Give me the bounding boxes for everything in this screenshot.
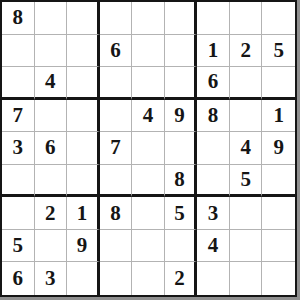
- cell-r2c7-given-1[interactable]: 1: [197, 35, 230, 68]
- cell-r7c9-empty[interactable]: [262, 197, 295, 230]
- cell-r6c7-empty[interactable]: [197, 165, 230, 198]
- cell-r7c2-given-2[interactable]: 2: [35, 197, 68, 230]
- cell-r1c8-empty[interactable]: [230, 2, 263, 35]
- cell-r7c8-empty[interactable]: [230, 197, 263, 230]
- cell-r2c5-empty[interactable]: [132, 35, 165, 68]
- cell-r9c6-given-2[interactable]: 2: [165, 262, 198, 295]
- cell-r4c9-given-1[interactable]: 1: [262, 100, 295, 133]
- cell-r9c4-empty[interactable]: [100, 262, 133, 295]
- cell-r3c8-empty[interactable]: [230, 67, 263, 100]
- cell-r5c9-given-9[interactable]: 9: [262, 132, 295, 165]
- cell-r7c1-empty[interactable]: [2, 197, 35, 230]
- cell-r4c7-given-8[interactable]: 8: [197, 100, 230, 133]
- cell-r8c1-given-5[interactable]: 5: [2, 230, 35, 263]
- cell-r5c5-empty[interactable]: [132, 132, 165, 165]
- cell-r3c3-empty[interactable]: [67, 67, 100, 100]
- cell-r4c1-given-7[interactable]: 7: [2, 100, 35, 133]
- cell-r7c7-given-3[interactable]: 3: [197, 197, 230, 230]
- cell-r7c3-given-1[interactable]: 1: [67, 197, 100, 230]
- cell-r5c8-given-4[interactable]: 4: [230, 132, 263, 165]
- cell-r9c1-given-6[interactable]: 6: [2, 262, 35, 295]
- cell-r6c5-empty[interactable]: [132, 165, 165, 198]
- cell-r4c2-empty[interactable]: [35, 100, 68, 133]
- cell-r3c9-empty[interactable]: [262, 67, 295, 100]
- cell-r5c3-empty[interactable]: [67, 132, 100, 165]
- cell-r2c3-empty[interactable]: [67, 35, 100, 68]
- cell-r1c2-empty[interactable]: [35, 2, 68, 35]
- cell-r2c9-given-5[interactable]: 5: [262, 35, 295, 68]
- cell-r8c3-given-9[interactable]: 9: [67, 230, 100, 263]
- cell-r5c7-empty[interactable]: [197, 132, 230, 165]
- cell-r6c2-empty[interactable]: [35, 165, 68, 198]
- cell-r2c8-given-2[interactable]: 2: [230, 35, 263, 68]
- cell-r3c2-given-4[interactable]: 4: [35, 67, 68, 100]
- cell-r1c3-empty[interactable]: [67, 2, 100, 35]
- cell-r1c5-empty[interactable]: [132, 2, 165, 35]
- cell-r5c6-empty[interactable]: [165, 132, 198, 165]
- cell-r9c7-empty[interactable]: [197, 262, 230, 295]
- cell-r8c6-empty[interactable]: [165, 230, 198, 263]
- cell-r6c9-empty[interactable]: [262, 165, 295, 198]
- cell-r7c6-given-5[interactable]: 5: [165, 197, 198, 230]
- cell-r3c1-empty[interactable]: [2, 67, 35, 100]
- cell-r1c7-empty[interactable]: [197, 2, 230, 35]
- cell-r9c2-given-3[interactable]: 3: [35, 262, 68, 295]
- cell-r9c3-empty[interactable]: [67, 262, 100, 295]
- cell-r6c3-empty[interactable]: [67, 165, 100, 198]
- cell-r8c4-empty[interactable]: [100, 230, 133, 263]
- cell-r3c7-given-6[interactable]: 6: [197, 67, 230, 100]
- cell-r2c6-empty[interactable]: [165, 35, 198, 68]
- cell-r5c2-given-6[interactable]: 6: [35, 132, 68, 165]
- cell-r4c4-empty[interactable]: [100, 100, 133, 133]
- cell-r4c6-given-9[interactable]: 9: [165, 100, 198, 133]
- cell-r7c4-given-8[interactable]: 8: [100, 197, 133, 230]
- cell-r2c4-given-6[interactable]: 6: [100, 35, 133, 68]
- cell-r4c5-given-4[interactable]: 4: [132, 100, 165, 133]
- cell-r9c5-empty[interactable]: [132, 262, 165, 295]
- cell-r8c7-given-4[interactable]: 4: [197, 230, 230, 263]
- cell-r3c6-empty[interactable]: [165, 67, 198, 100]
- cell-r3c5-empty[interactable]: [132, 67, 165, 100]
- cell-r4c8-empty[interactable]: [230, 100, 263, 133]
- cell-r6c6-given-8[interactable]: 8: [165, 165, 198, 198]
- cell-r6c4-empty[interactable]: [100, 165, 133, 198]
- cell-r6c1-empty[interactable]: [2, 165, 35, 198]
- cell-r5c1-given-3[interactable]: 3: [2, 132, 35, 165]
- sudoku-board-frame: 861254674981367498521853594632: [0, 0, 300, 300]
- cell-r1c4-empty[interactable]: [100, 2, 133, 35]
- cell-r1c9-empty[interactable]: [262, 2, 295, 35]
- cell-r2c2-empty[interactable]: [35, 35, 68, 68]
- cell-r7c5-empty[interactable]: [132, 197, 165, 230]
- cell-r3c4-empty[interactable]: [100, 67, 133, 100]
- cell-r2c1-empty[interactable]: [2, 35, 35, 68]
- cell-r8c8-empty[interactable]: [230, 230, 263, 263]
- cell-r5c4-given-7[interactable]: 7: [100, 132, 133, 165]
- cell-r8c2-empty[interactable]: [35, 230, 68, 263]
- cell-r1c1-given-8[interactable]: 8: [2, 2, 35, 35]
- sudoku-board: 861254674981367498521853594632: [0, 0, 297, 297]
- cell-r6c8-given-5[interactable]: 5: [230, 165, 263, 198]
- cell-r8c9-empty[interactable]: [262, 230, 295, 263]
- cell-r4c3-empty[interactable]: [67, 100, 100, 133]
- cell-r9c8-empty[interactable]: [230, 262, 263, 295]
- cell-r1c6-empty[interactable]: [165, 2, 198, 35]
- cell-r9c9-empty[interactable]: [262, 262, 295, 295]
- cell-r8c5-empty[interactable]: [132, 230, 165, 263]
